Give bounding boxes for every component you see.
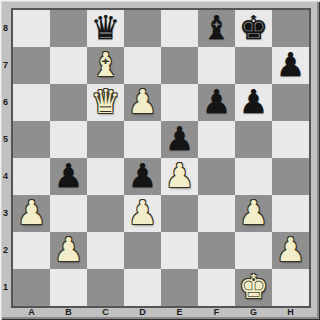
square-g6[interactable]: ♟: [235, 84, 272, 121]
black-pawn: ♟: [124, 158, 161, 195]
square-g1[interactable]: ♚: [235, 269, 272, 306]
rank-label-4: 4: [0, 158, 11, 195]
file-label-g: G: [235, 306, 272, 319]
square-h4[interactable]: [272, 158, 309, 195]
square-f1[interactable]: [198, 269, 235, 306]
square-f6[interactable]: ♟: [198, 84, 235, 121]
square-b2[interactable]: ♟: [50, 232, 87, 269]
square-b8[interactable]: [50, 10, 87, 47]
square-a4[interactable]: [13, 158, 50, 195]
square-d2[interactable]: [124, 232, 161, 269]
rank-label-2: 2: [0, 232, 11, 269]
square-f2[interactable]: [198, 232, 235, 269]
square-b7[interactable]: [50, 47, 87, 84]
square-a1[interactable]: [13, 269, 50, 306]
rank-labels: 87654321: [0, 8, 11, 308]
square-h6[interactable]: [272, 84, 309, 121]
square-b1[interactable]: [50, 269, 87, 306]
white-pawn: ♟: [272, 232, 309, 269]
square-c8[interactable]: ♛: [87, 10, 124, 47]
square-d4[interactable]: ♟: [124, 158, 161, 195]
white-pawn: ♟: [235, 195, 272, 232]
square-a3[interactable]: ♟: [13, 195, 50, 232]
square-g8[interactable]: ♚: [235, 10, 272, 47]
white-pawn: ♟: [13, 195, 50, 232]
chessboard-frame: 87654321 ♛♝♚♝♟♛♟♟♟♟♟♟♟♟♟♟♟♟♚ ABCDEFGH: [0, 0, 320, 320]
white-pawn: ♟: [161, 158, 198, 195]
square-d7[interactable]: [124, 47, 161, 84]
rank-label-6: 6: [0, 84, 11, 121]
square-a6[interactable]: [13, 84, 50, 121]
square-c3[interactable]: [87, 195, 124, 232]
black-pawn: ♟: [198, 84, 235, 121]
rank-label-5: 5: [0, 121, 11, 158]
square-g5[interactable]: [235, 121, 272, 158]
square-b5[interactable]: [50, 121, 87, 158]
square-d5[interactable]: [124, 121, 161, 158]
file-label-h: H: [272, 306, 309, 319]
file-labels: ABCDEFGH: [11, 306, 311, 319]
square-a8[interactable]: [13, 10, 50, 47]
rank-label-8: 8: [0, 10, 11, 47]
square-e8[interactable]: [161, 10, 198, 47]
black-bishop: ♝: [198, 10, 235, 47]
square-g4[interactable]: [235, 158, 272, 195]
square-g7[interactable]: [235, 47, 272, 84]
square-b3[interactable]: [50, 195, 87, 232]
file-label-f: F: [198, 306, 235, 319]
square-c2[interactable]: [87, 232, 124, 269]
white-pawn: ♟: [50, 232, 87, 269]
square-f8[interactable]: ♝: [198, 10, 235, 47]
rank-label-7: 7: [0, 47, 11, 84]
file-label-e: E: [161, 306, 198, 319]
white-king: ♚: [235, 269, 272, 306]
square-h3[interactable]: [272, 195, 309, 232]
square-f7[interactable]: [198, 47, 235, 84]
square-c4[interactable]: [87, 158, 124, 195]
square-c5[interactable]: [87, 121, 124, 158]
square-b4[interactable]: ♟: [50, 158, 87, 195]
square-e3[interactable]: [161, 195, 198, 232]
square-b6[interactable]: [50, 84, 87, 121]
square-h2[interactable]: ♟: [272, 232, 309, 269]
square-g2[interactable]: [235, 232, 272, 269]
white-pawn: ♟: [124, 195, 161, 232]
chessboard: ♛♝♚♝♟♛♟♟♟♟♟♟♟♟♟♟♟♟♚: [11, 8, 311, 308]
black-king: ♚: [235, 10, 272, 47]
square-e1[interactable]: [161, 269, 198, 306]
square-e5[interactable]: ♟: [161, 121, 198, 158]
square-f5[interactable]: [198, 121, 235, 158]
square-a5[interactable]: [13, 121, 50, 158]
file-label-b: B: [50, 306, 87, 319]
square-g3[interactable]: ♟: [235, 195, 272, 232]
square-e7[interactable]: [161, 47, 198, 84]
white-bishop: ♝: [87, 47, 124, 84]
rank-label-3: 3: [0, 195, 11, 232]
black-pawn: ♟: [272, 47, 309, 84]
file-label-a: A: [13, 306, 50, 319]
black-pawn: ♟: [161, 121, 198, 158]
square-h1[interactable]: [272, 269, 309, 306]
square-c7[interactable]: ♝: [87, 47, 124, 84]
square-e2[interactable]: [161, 232, 198, 269]
square-e6[interactable]: [161, 84, 198, 121]
square-h7[interactable]: ♟: [272, 47, 309, 84]
file-label-c: C: [87, 306, 124, 319]
square-f4[interactable]: [198, 158, 235, 195]
square-e4[interactable]: ♟: [161, 158, 198, 195]
square-d3[interactable]: ♟: [124, 195, 161, 232]
black-pawn: ♟: [50, 158, 87, 195]
black-pawn: ♟: [235, 84, 272, 121]
black-queen: ♛: [87, 10, 124, 47]
square-a2[interactable]: [13, 232, 50, 269]
square-d1[interactable]: [124, 269, 161, 306]
square-d6[interactable]: ♟: [124, 84, 161, 121]
white-pawn: ♟: [124, 84, 161, 121]
file-label-d: D: [124, 306, 161, 319]
square-c1[interactable]: [87, 269, 124, 306]
white-queen: ♛: [87, 84, 124, 121]
rank-label-1: 1: [0, 269, 11, 306]
square-c6[interactable]: ♛: [87, 84, 124, 121]
square-f3[interactable]: [198, 195, 235, 232]
square-h8[interactable]: [272, 10, 309, 47]
square-a7[interactable]: [13, 47, 50, 84]
square-d8[interactable]: [124, 10, 161, 47]
square-h5[interactable]: [272, 121, 309, 158]
